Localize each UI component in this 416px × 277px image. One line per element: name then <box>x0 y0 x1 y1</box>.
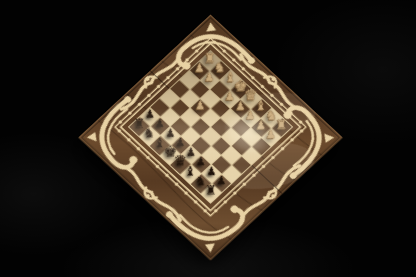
piece-bP-f7: ♟ <box>165 127 175 139</box>
piece-bP-d7: ♟ <box>186 146 196 158</box>
piece-wP-g2: ♟ <box>204 72 214 84</box>
piece-wP-a2: ♟ <box>266 129 276 141</box>
piece-bP-h7: ♟ <box>145 108 155 120</box>
piece-wP-b2: ♟ <box>256 120 266 132</box>
piece-wP-h2: ♟ <box>194 62 204 74</box>
piece-wP-f4: ♟ <box>195 100 205 112</box>
piece-bP-c7: ♟ <box>196 156 206 168</box>
piece-wP-d2: ♟ <box>235 100 245 112</box>
piece-wP-c2: ♟ <box>245 110 255 122</box>
piece-bR-a8: ♜ <box>205 184 217 197</box>
piece-wP-e2: ♟ <box>225 91 235 103</box>
piece-bP-a7: ♟ <box>216 175 226 187</box>
photo-background: ♜♞♝♚♛♝♞♜♟♟♟♟♟♟♟♟♟♟♟♟♟♟♟♟♜♞♝♚♛♝♞♜ <box>0 0 416 277</box>
piece-bP-g7: ♟ <box>155 118 165 130</box>
piece-wR-a1: ♜ <box>276 118 288 131</box>
piece-bP-b7: ♟ <box>206 166 216 178</box>
chess-board: ♜♞♝♚♛♝♞♜♟♟♟♟♟♟♟♟♟♟♟♟♟♟♟♟♜♞♝♚♛♝♞♜ <box>78 15 342 261</box>
